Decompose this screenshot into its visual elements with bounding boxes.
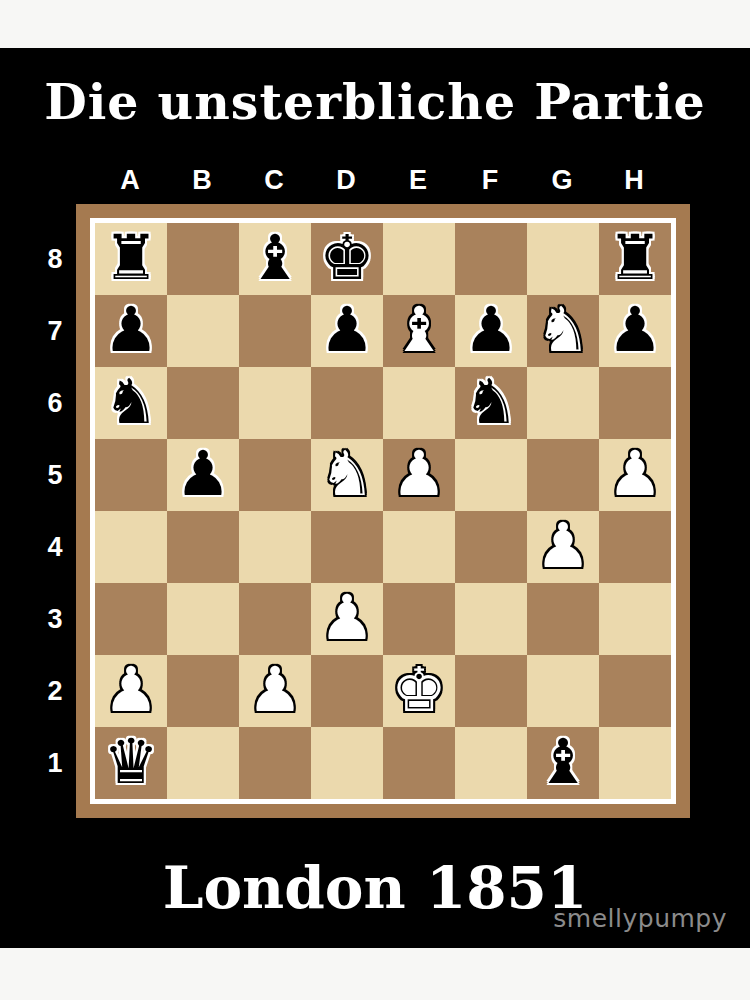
file-label-g: G [526,164,598,196]
white-pawn-icon: ♟ [535,515,591,577]
black-queen-icon: ♛ [103,731,159,793]
square-f1 [455,727,527,799]
square-h6 [599,367,671,439]
square-f4 [455,511,527,583]
square-h4 [599,511,671,583]
file-label-d: D [310,164,382,196]
file-labels: ABCDEFGH [94,164,670,196]
square-e7: ♝ [383,295,455,367]
square-c5 [239,439,311,511]
rank-label-8: 8 [38,223,72,295]
chess-poster: Die unsterbliche Partie ABCDEFGH 8765432… [0,48,750,948]
black-rook-icon: ♜ [607,227,663,289]
square-e5: ♟ [383,439,455,511]
square-d5: ♞ [311,439,383,511]
square-g7: ♞ [527,295,599,367]
black-knight-icon: ♞ [463,371,519,433]
square-h2 [599,655,671,727]
square-c4 [239,511,311,583]
rank-labels: 87654321 [38,223,72,799]
file-label-h: H [598,164,670,196]
chess-board: ♜♝♚♜♟♟♝♟♞♟♞♞♟♞♟♟♟♟♟♟♚♛♝ [95,223,671,799]
square-c6 [239,367,311,439]
square-d6 [311,367,383,439]
square-a5 [95,439,167,511]
square-e1 [383,727,455,799]
square-a3 [95,583,167,655]
square-b2 [167,655,239,727]
square-e4 [383,511,455,583]
square-b7 [167,295,239,367]
square-e8 [383,223,455,295]
white-pawn-icon: ♟ [103,659,159,721]
square-a1: ♛ [95,727,167,799]
rank-label-4: 4 [38,511,72,583]
file-label-c: C [238,164,310,196]
square-c2: ♟ [239,655,311,727]
black-pawn-icon: ♟ [319,299,375,361]
square-a6: ♞ [95,367,167,439]
rank-label-7: 7 [38,295,72,367]
black-pawn-icon: ♟ [103,299,159,361]
rank-label-6: 6 [38,367,72,439]
square-b5: ♟ [167,439,239,511]
square-f2 [455,655,527,727]
black-pawn-icon: ♟ [175,443,231,505]
square-a4 [95,511,167,583]
black-bishop-icon: ♝ [247,227,303,289]
square-c8: ♝ [239,223,311,295]
square-h7: ♟ [599,295,671,367]
black-pawn-icon: ♟ [463,299,519,361]
square-b8 [167,223,239,295]
square-d3: ♟ [311,583,383,655]
square-g4: ♟ [527,511,599,583]
square-c3 [239,583,311,655]
black-pawn-icon: ♟ [607,299,663,361]
white-pawn-icon: ♟ [391,443,447,505]
square-h3 [599,583,671,655]
square-b1 [167,727,239,799]
square-g1: ♝ [527,727,599,799]
square-e2: ♚ [383,655,455,727]
white-pawn-icon: ♟ [607,443,663,505]
square-c1 [239,727,311,799]
square-h5: ♟ [599,439,671,511]
square-f8 [455,223,527,295]
square-b6 [167,367,239,439]
poster-title: Die unsterbliche Partie [0,66,750,138]
square-d7: ♟ [311,295,383,367]
square-f5 [455,439,527,511]
square-a8: ♜ [95,223,167,295]
white-king-icon: ♚ [391,659,447,721]
file-label-e: E [382,164,454,196]
square-h8: ♜ [599,223,671,295]
square-d4 [311,511,383,583]
black-bishop-icon: ♝ [535,731,591,793]
black-king-icon: ♚ [319,227,375,289]
chess-board-inner-border: ♜♝♚♜♟♟♝♟♞♟♞♞♟♞♟♟♟♟♟♟♚♛♝ [90,218,676,804]
square-d2 [311,655,383,727]
square-e3 [383,583,455,655]
rank-label-1: 1 [38,727,72,799]
rank-label-2: 2 [38,655,72,727]
square-a2: ♟ [95,655,167,727]
white-pawn-icon: ♟ [319,587,375,649]
square-h1 [599,727,671,799]
rank-label-3: 3 [38,583,72,655]
square-g5 [527,439,599,511]
square-b4 [167,511,239,583]
square-d8: ♚ [311,223,383,295]
black-rook-icon: ♜ [103,227,159,289]
watermark: smellypumpy [553,904,727,933]
square-d1 [311,727,383,799]
square-f6: ♞ [455,367,527,439]
file-label-a: A [94,164,166,196]
file-label-f: F [454,164,526,196]
white-knight-icon: ♞ [319,443,375,505]
square-a7: ♟ [95,295,167,367]
black-knight-icon: ♞ [103,371,159,433]
square-g2 [527,655,599,727]
square-c7 [239,295,311,367]
square-g8 [527,223,599,295]
square-g3 [527,583,599,655]
chess-board-frame: ♜♝♚♜♟♟♝♟♞♟♞♞♟♞♟♟♟♟♟♟♚♛♝ [76,204,690,818]
file-label-b: B [166,164,238,196]
square-f3 [455,583,527,655]
square-g6 [527,367,599,439]
square-b3 [167,583,239,655]
square-e6 [383,367,455,439]
white-bishop-icon: ♝ [391,299,447,361]
rank-label-5: 5 [38,439,72,511]
white-pawn-icon: ♟ [247,659,303,721]
white-knight-icon: ♞ [535,299,591,361]
square-f7: ♟ [455,295,527,367]
